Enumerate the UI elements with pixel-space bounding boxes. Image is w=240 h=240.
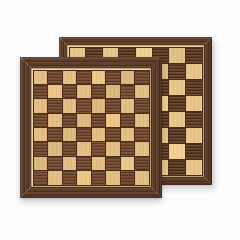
front-square-b8 <box>48 71 62 84</box>
front-square-g2 <box>121 157 135 170</box>
back-square-g6 <box>169 80 185 95</box>
back-square-h6 <box>186 80 202 95</box>
front-square-c3 <box>63 142 77 155</box>
back-square-h1 <box>186 160 202 175</box>
front-square-b7 <box>48 85 62 98</box>
front-square-h7 <box>135 85 149 98</box>
front-square-g7 <box>121 85 135 98</box>
back-square-h3 <box>186 128 202 143</box>
front-square-e7 <box>92 85 106 98</box>
front-square-b1 <box>48 171 62 184</box>
frame-left-rail <box>20 57 31 198</box>
front-square-d8 <box>77 71 91 84</box>
back-square-g4 <box>169 112 185 127</box>
front-square-a2 <box>34 157 48 170</box>
front-square-g1 <box>121 171 135 184</box>
front-square-f5 <box>106 114 120 127</box>
front-square-c1 <box>63 171 77 184</box>
front-square-h2 <box>135 157 149 170</box>
front-square-d4 <box>77 128 91 141</box>
front-square-c6 <box>63 99 77 112</box>
front-square-f4 <box>106 128 120 141</box>
front-square-d7 <box>77 85 91 98</box>
front-square-d5 <box>77 114 91 127</box>
back-square-h5 <box>186 96 202 111</box>
back-square-g5 <box>169 96 185 111</box>
front-square-c8 <box>63 71 77 84</box>
frame-right-rail <box>151 57 162 198</box>
board-grid-front <box>33 70 150 186</box>
front-square-e5 <box>92 114 106 127</box>
front-square-a8 <box>34 71 48 84</box>
front-square-e2 <box>92 157 106 170</box>
front-square-g8 <box>121 71 135 84</box>
frame-top-rail <box>20 57 162 68</box>
front-square-c5 <box>63 114 77 127</box>
front-square-d6 <box>77 99 91 112</box>
front-square-a6 <box>34 99 48 112</box>
front-square-h1 <box>135 171 149 184</box>
front-square-f1 <box>106 171 120 184</box>
front-square-d2 <box>77 157 91 170</box>
frame-bottom-rail <box>20 187 162 198</box>
front-square-g5 <box>121 114 135 127</box>
front-square-f7 <box>106 85 120 98</box>
front-square-d1 <box>77 171 91 184</box>
front-square-d3 <box>77 142 91 155</box>
back-square-g8 <box>169 48 185 63</box>
product-photo <box>0 0 240 240</box>
front-square-a3 <box>34 142 48 155</box>
front-square-e6 <box>92 99 106 112</box>
front-square-h6 <box>135 99 149 112</box>
front-square-f6 <box>106 99 120 112</box>
front-square-c7 <box>63 85 77 98</box>
front-square-h8 <box>135 71 149 84</box>
back-square-h7 <box>186 64 202 79</box>
back-square-g2 <box>169 144 185 159</box>
back-square-h8 <box>186 48 202 63</box>
front-square-b4 <box>48 128 62 141</box>
front-square-c4 <box>63 128 77 141</box>
front-square-a7 <box>34 85 48 98</box>
front-square-a5 <box>34 114 48 127</box>
back-square-g7 <box>169 64 185 79</box>
front-square-h5 <box>135 114 149 127</box>
chessboard-front <box>20 57 162 198</box>
front-square-b5 <box>48 114 62 127</box>
front-square-e1 <box>92 171 106 184</box>
frame-right-rail <box>204 37 212 185</box>
front-square-f2 <box>106 157 120 170</box>
front-square-c2 <box>63 157 77 170</box>
front-square-a1 <box>34 171 48 184</box>
back-square-g1 <box>169 160 185 175</box>
front-square-g6 <box>121 99 135 112</box>
front-square-e4 <box>92 128 106 141</box>
front-square-g3 <box>121 142 135 155</box>
front-square-b3 <box>48 142 62 155</box>
front-square-h4 <box>135 128 149 141</box>
front-square-e8 <box>92 71 106 84</box>
front-square-b2 <box>48 157 62 170</box>
back-square-h4 <box>186 112 202 127</box>
back-square-h2 <box>186 144 202 159</box>
front-square-e3 <box>92 142 106 155</box>
front-square-f8 <box>106 71 120 84</box>
front-square-a4 <box>34 128 48 141</box>
front-square-g4 <box>121 128 135 141</box>
front-square-b6 <box>48 99 62 112</box>
frame-top-rail <box>59 37 212 45</box>
back-square-g3 <box>169 128 185 143</box>
front-square-h3 <box>135 142 149 155</box>
front-square-f3 <box>106 142 120 155</box>
playing-area-front <box>31 68 151 187</box>
